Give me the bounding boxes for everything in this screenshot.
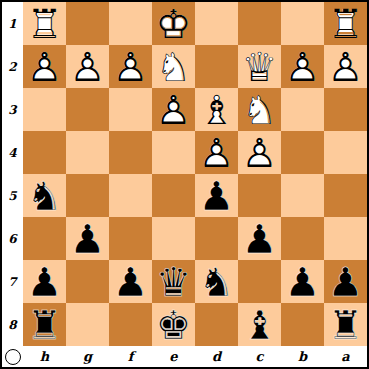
white-pawn-outline: ♙ bbox=[66, 45, 109, 88]
square-d3[interactable]: ♝♗ bbox=[195, 88, 238, 131]
square-e3[interactable]: ♟♙ bbox=[152, 88, 195, 131]
square-b4[interactable] bbox=[281, 131, 324, 174]
black-pawn: ♟ bbox=[324, 260, 367, 303]
square-f6[interactable] bbox=[109, 217, 152, 260]
square-c8[interactable]: ♝ bbox=[238, 303, 281, 346]
white-pawn-outline: ♙ bbox=[281, 45, 324, 88]
white-pawn: ♟♙ bbox=[324, 45, 367, 88]
square-e7[interactable]: ♛ bbox=[152, 260, 195, 303]
square-d7[interactable]: ♞ bbox=[195, 260, 238, 303]
rank-label-5: 5 bbox=[2, 174, 23, 217]
white-knight-outline: ♘ bbox=[238, 88, 281, 131]
file-label-h: h bbox=[23, 346, 66, 367]
square-g5[interactable] bbox=[66, 174, 109, 217]
black-rook: ♜ bbox=[324, 303, 367, 346]
black-knight: ♞ bbox=[23, 174, 66, 217]
chess-board: ♜♖♚♔♜♖♟♙♟♙♟♙♞♘♛♕♟♙♟♙♟♙♝♗♞♘♟♙♟♙♞♟♟♟♟♟♛♞♟♟… bbox=[23, 2, 367, 346]
square-g3[interactable] bbox=[66, 88, 109, 131]
white-knight-outline: ♘ bbox=[152, 45, 195, 88]
square-c3[interactable]: ♞♘ bbox=[238, 88, 281, 131]
black-bishop: ♝ bbox=[238, 303, 281, 346]
white-knight: ♞♘ bbox=[152, 45, 195, 88]
white-pawn-outline: ♙ bbox=[109, 45, 152, 88]
square-b1[interactable] bbox=[281, 2, 324, 45]
white-pawn-outline: ♙ bbox=[152, 88, 195, 131]
black-pawn-glyph: ♟ bbox=[281, 260, 324, 303]
black-rook: ♜ bbox=[23, 303, 66, 346]
square-a4[interactable] bbox=[324, 131, 367, 174]
black-pawn-glyph: ♟ bbox=[195, 174, 238, 217]
square-h8[interactable]: ♜ bbox=[23, 303, 66, 346]
square-h7[interactable]: ♟ bbox=[23, 260, 66, 303]
square-e6[interactable] bbox=[152, 217, 195, 260]
square-h2[interactable]: ♟♙ bbox=[23, 45, 66, 88]
square-e4[interactable] bbox=[152, 131, 195, 174]
square-e2[interactable]: ♞♘ bbox=[152, 45, 195, 88]
square-a5[interactable] bbox=[324, 174, 367, 217]
file-label-c: c bbox=[238, 346, 281, 367]
black-knight: ♞ bbox=[195, 260, 238, 303]
square-g4[interactable] bbox=[66, 131, 109, 174]
square-g7[interactable] bbox=[66, 260, 109, 303]
white-to-move-circle bbox=[5, 349, 21, 365]
white-pawn-outline: ♙ bbox=[238, 131, 281, 174]
black-pawn-glyph: ♟ bbox=[66, 217, 109, 260]
square-a1[interactable]: ♜♖ bbox=[324, 2, 367, 45]
rank-label-1: 1 bbox=[2, 2, 23, 45]
square-d8[interactable] bbox=[195, 303, 238, 346]
white-bishop-outline: ♗ bbox=[195, 88, 238, 131]
square-d5[interactable]: ♟ bbox=[195, 174, 238, 217]
square-g2[interactable]: ♟♙ bbox=[66, 45, 109, 88]
square-f8[interactable] bbox=[109, 303, 152, 346]
white-knight: ♞♘ bbox=[238, 88, 281, 131]
rank-labels: 12345678 bbox=[2, 2, 23, 346]
square-b6[interactable] bbox=[281, 217, 324, 260]
square-d6[interactable] bbox=[195, 217, 238, 260]
square-f1[interactable] bbox=[109, 2, 152, 45]
black-rook-glyph: ♜ bbox=[23, 303, 66, 346]
square-d1[interactable] bbox=[195, 2, 238, 45]
black-pawn: ♟ bbox=[109, 260, 152, 303]
black-king: ♚ bbox=[152, 303, 195, 346]
white-pawn: ♟♙ bbox=[195, 131, 238, 174]
white-rook: ♜♖ bbox=[23, 2, 66, 45]
rank-label-2: 2 bbox=[2, 45, 23, 88]
square-h3[interactable] bbox=[23, 88, 66, 131]
black-pawn-glyph: ♟ bbox=[109, 260, 152, 303]
white-king: ♚♔ bbox=[152, 2, 195, 45]
white-rook: ♜♖ bbox=[324, 2, 367, 45]
file-label-g: g bbox=[66, 346, 109, 367]
square-e5[interactable] bbox=[152, 174, 195, 217]
square-b5[interactable] bbox=[281, 174, 324, 217]
black-pawn: ♟ bbox=[66, 217, 109, 260]
square-c5[interactable] bbox=[238, 174, 281, 217]
file-label-f: f bbox=[109, 346, 152, 367]
file-label-e: e bbox=[152, 346, 195, 367]
square-d2[interactable] bbox=[195, 45, 238, 88]
black-knight-glyph: ♞ bbox=[23, 174, 66, 217]
white-pawn-outline: ♙ bbox=[324, 45, 367, 88]
square-e8[interactable]: ♚ bbox=[152, 303, 195, 346]
white-pawn: ♟♙ bbox=[66, 45, 109, 88]
white-pawn-outline: ♙ bbox=[195, 131, 238, 174]
black-pawn: ♟ bbox=[281, 260, 324, 303]
square-e1[interactable]: ♚♔ bbox=[152, 2, 195, 45]
chess-board-frame: 12345678 ♜♖♚♔♜♖♟♙♟♙♟♙♞♘♛♕♟♙♟♙♟♙♝♗♞♘♟♙♟♙♞… bbox=[0, 0, 369, 369]
white-pawn: ♟♙ bbox=[152, 88, 195, 131]
square-c2[interactable]: ♛♕ bbox=[238, 45, 281, 88]
black-knight-glyph: ♞ bbox=[195, 260, 238, 303]
black-rook-glyph: ♜ bbox=[324, 303, 367, 346]
white-bishop: ♝♗ bbox=[195, 88, 238, 131]
white-pawn: ♟♙ bbox=[109, 45, 152, 88]
white-pawn-outline: ♙ bbox=[23, 45, 66, 88]
square-c6[interactable]: ♟ bbox=[238, 217, 281, 260]
black-queen: ♛ bbox=[152, 260, 195, 303]
white-pawn: ♟♙ bbox=[23, 45, 66, 88]
black-pawn-glyph: ♟ bbox=[324, 260, 367, 303]
square-h6[interactable] bbox=[23, 217, 66, 260]
white-queen: ♛♕ bbox=[238, 45, 281, 88]
square-a7[interactable]: ♟ bbox=[324, 260, 367, 303]
square-f7[interactable]: ♟ bbox=[109, 260, 152, 303]
rank-label-6: 6 bbox=[2, 217, 23, 260]
square-f5[interactable] bbox=[109, 174, 152, 217]
square-b8[interactable] bbox=[281, 303, 324, 346]
square-c1[interactable] bbox=[238, 2, 281, 45]
square-g6[interactable]: ♟ bbox=[66, 217, 109, 260]
black-pawn-glyph: ♟ bbox=[238, 217, 281, 260]
file-labels: hgfedcba bbox=[23, 346, 367, 367]
file-label-d: d bbox=[195, 346, 238, 367]
square-b7[interactable]: ♟ bbox=[281, 260, 324, 303]
rank-label-3: 3 bbox=[2, 88, 23, 131]
square-f2[interactable]: ♟♙ bbox=[109, 45, 152, 88]
white-rook-outline: ♖ bbox=[324, 2, 367, 45]
turn-indicator bbox=[2, 346, 23, 367]
square-b3[interactable] bbox=[281, 88, 324, 131]
square-f3[interactable] bbox=[109, 88, 152, 131]
rank-label-8: 8 bbox=[2, 303, 23, 346]
square-c7[interactable] bbox=[238, 260, 281, 303]
square-a6[interactable] bbox=[324, 217, 367, 260]
rank-label-4: 4 bbox=[2, 131, 23, 174]
black-bishop-glyph: ♝ bbox=[238, 303, 281, 346]
white-king-outline: ♔ bbox=[152, 2, 195, 45]
file-label-b: b bbox=[281, 346, 324, 367]
file-label-a: a bbox=[324, 346, 367, 367]
square-g8[interactable] bbox=[66, 303, 109, 346]
square-c4[interactable]: ♟♙ bbox=[238, 131, 281, 174]
black-pawn: ♟ bbox=[238, 217, 281, 260]
square-h5[interactable]: ♞ bbox=[23, 174, 66, 217]
white-rook-outline: ♖ bbox=[23, 2, 66, 45]
square-a2[interactable]: ♟♙ bbox=[324, 45, 367, 88]
square-f4[interactable] bbox=[109, 131, 152, 174]
black-queen-glyph: ♛ bbox=[152, 260, 195, 303]
square-h1[interactable]: ♜♖ bbox=[23, 2, 66, 45]
white-queen-outline: ♕ bbox=[238, 45, 281, 88]
black-pawn: ♟ bbox=[195, 174, 238, 217]
square-b2[interactable]: ♟♙ bbox=[281, 45, 324, 88]
white-pawn: ♟♙ bbox=[238, 131, 281, 174]
square-a8[interactable]: ♜ bbox=[324, 303, 367, 346]
square-h4[interactable] bbox=[23, 131, 66, 174]
white-pawn: ♟♙ bbox=[281, 45, 324, 88]
square-g1[interactable] bbox=[66, 2, 109, 45]
rank-label-7: 7 bbox=[2, 260, 23, 303]
black-pawn-glyph: ♟ bbox=[23, 260, 66, 303]
square-d4[interactable]: ♟♙ bbox=[195, 131, 238, 174]
black-pawn: ♟ bbox=[23, 260, 66, 303]
black-king-glyph: ♚ bbox=[152, 303, 195, 346]
square-a3[interactable] bbox=[324, 88, 367, 131]
